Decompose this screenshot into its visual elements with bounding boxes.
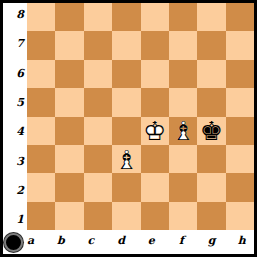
square-d3[interactable]: ♝♗ bbox=[112, 145, 140, 173]
square-d6[interactable] bbox=[112, 60, 140, 88]
file-label-g: g bbox=[202, 234, 222, 250]
square-b2[interactable] bbox=[55, 173, 83, 201]
square-g1[interactable] bbox=[197, 202, 225, 230]
square-e5[interactable] bbox=[141, 88, 169, 116]
square-a3[interactable] bbox=[27, 145, 55, 173]
white-bishop-d3[interactable]: ♝♗ bbox=[112, 145, 140, 173]
square-a7[interactable] bbox=[27, 31, 55, 59]
square-f8[interactable] bbox=[169, 3, 197, 31]
rank-label-5: 5 bbox=[6, 96, 24, 110]
square-c6[interactable] bbox=[84, 60, 112, 88]
rank-label-3: 3 bbox=[6, 155, 24, 169]
file-label-a: a bbox=[21, 234, 41, 250]
square-h5[interactable] bbox=[226, 88, 254, 116]
square-a5[interactable] bbox=[27, 88, 55, 116]
square-c4[interactable] bbox=[84, 117, 112, 145]
square-b6[interactable] bbox=[55, 60, 83, 88]
square-h6[interactable] bbox=[226, 60, 254, 88]
square-b4[interactable] bbox=[55, 117, 83, 145]
rank-label-6: 6 bbox=[6, 67, 24, 81]
square-f6[interactable] bbox=[169, 60, 197, 88]
rank-label-2: 2 bbox=[6, 184, 24, 198]
square-d1[interactable] bbox=[112, 202, 140, 230]
square-g5[interactable] bbox=[197, 88, 225, 116]
square-a4[interactable] bbox=[27, 117, 55, 145]
square-e2[interactable] bbox=[141, 173, 169, 201]
rank-labels: 87654321 bbox=[3, 3, 27, 230]
chess-board: ♚♔♝♗♚♝♗ bbox=[27, 3, 254, 230]
square-f2[interactable] bbox=[169, 173, 197, 201]
square-d8[interactable] bbox=[112, 3, 140, 31]
black-king-g4[interactable]: ♚ bbox=[197, 117, 225, 145]
square-e6[interactable] bbox=[141, 60, 169, 88]
square-c3[interactable] bbox=[84, 145, 112, 173]
square-f5[interactable] bbox=[169, 88, 197, 116]
square-d2[interactable] bbox=[112, 173, 140, 201]
square-e8[interactable] bbox=[141, 3, 169, 31]
square-e3[interactable] bbox=[141, 145, 169, 173]
square-g6[interactable] bbox=[197, 60, 225, 88]
file-label-d: d bbox=[111, 234, 131, 250]
square-c5[interactable] bbox=[84, 88, 112, 116]
file-label-b: b bbox=[51, 234, 71, 250]
square-h3[interactable] bbox=[226, 145, 254, 173]
square-f7[interactable] bbox=[169, 31, 197, 59]
black-to-move-indicator-icon bbox=[4, 233, 23, 252]
square-h2[interactable] bbox=[226, 173, 254, 201]
square-e7[interactable] bbox=[141, 31, 169, 59]
white-bishop-f4[interactable]: ♝♗ bbox=[169, 117, 197, 145]
file-label-f: f bbox=[171, 234, 191, 250]
square-b5[interactable] bbox=[55, 88, 83, 116]
square-c1[interactable] bbox=[84, 202, 112, 230]
square-h7[interactable] bbox=[226, 31, 254, 59]
rank-label-4: 4 bbox=[6, 125, 24, 139]
square-b8[interactable] bbox=[55, 3, 83, 31]
square-b1[interactable] bbox=[55, 202, 83, 230]
square-d5[interactable] bbox=[112, 88, 140, 116]
square-d4[interactable] bbox=[112, 117, 140, 145]
square-e1[interactable] bbox=[141, 202, 169, 230]
square-h8[interactable] bbox=[226, 3, 254, 31]
chess-diagram: ♚♔♝♗♚♝♗ 87654321 abcdefgh bbox=[0, 0, 257, 257]
square-e4[interactable]: ♚♔ bbox=[141, 117, 169, 145]
square-a2[interactable] bbox=[27, 173, 55, 201]
square-h4[interactable] bbox=[226, 117, 254, 145]
square-a1[interactable] bbox=[27, 202, 55, 230]
file-label-e: e bbox=[141, 234, 161, 250]
square-a8[interactable] bbox=[27, 3, 55, 31]
white-king-e4[interactable]: ♚♔ bbox=[141, 117, 169, 145]
square-c8[interactable] bbox=[84, 3, 112, 31]
square-h1[interactable] bbox=[226, 202, 254, 230]
rank-label-1: 1 bbox=[6, 213, 24, 227]
file-label-h: h bbox=[232, 234, 252, 250]
square-c7[interactable] bbox=[84, 31, 112, 59]
square-g2[interactable] bbox=[197, 173, 225, 201]
square-b3[interactable] bbox=[55, 145, 83, 173]
square-f4[interactable]: ♝♗ bbox=[169, 117, 197, 145]
square-f3[interactable] bbox=[169, 145, 197, 173]
square-b7[interactable] bbox=[55, 31, 83, 59]
square-f1[interactable] bbox=[169, 202, 197, 230]
file-label-c: c bbox=[81, 234, 101, 250]
rank-label-7: 7 bbox=[6, 37, 24, 51]
square-g8[interactable] bbox=[197, 3, 225, 31]
file-labels: abcdefgh bbox=[3, 230, 254, 254]
square-g4[interactable]: ♚ bbox=[197, 117, 225, 145]
rank-label-8: 8 bbox=[6, 8, 24, 22]
square-a6[interactable] bbox=[27, 60, 55, 88]
square-g7[interactable] bbox=[197, 31, 225, 59]
square-g3[interactable] bbox=[197, 145, 225, 173]
square-c2[interactable] bbox=[84, 173, 112, 201]
square-d7[interactable] bbox=[112, 31, 140, 59]
